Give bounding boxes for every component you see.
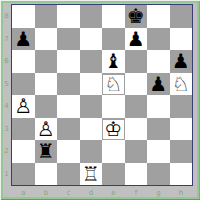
black-pawn-icon: ♟: [12, 28, 35, 51]
white-king-icon: ♔: [102, 118, 125, 141]
file-label-h: h: [170, 189, 193, 197]
square-d2[interactable]: [80, 140, 103, 163]
square-c5[interactable]: [57, 73, 80, 96]
square-c8[interactable]: [57, 5, 80, 28]
square-g2[interactable]: [147, 140, 170, 163]
square-b3[interactable]: ♙: [35, 118, 58, 141]
square-b5[interactable]: [35, 73, 58, 96]
square-h7[interactable]: [170, 28, 193, 51]
square-e8[interactable]: [102, 5, 125, 28]
square-a7[interactable]: ♟: [12, 28, 35, 51]
square-g7[interactable]: [147, 28, 170, 51]
square-b1[interactable]: [35, 163, 58, 186]
file-label-e: e: [102, 189, 125, 197]
square-a3[interactable]: [12, 118, 35, 141]
square-c2[interactable]: [57, 140, 80, 163]
square-e7[interactable]: [102, 28, 125, 51]
chess-window-frame: ♚♟♟♝♟♘♟♘♙♙♔♜♖ 87654321 abcdefgh: [0, 0, 200, 200]
file-label-f: f: [125, 189, 148, 197]
square-h1[interactable]: [170, 163, 193, 186]
square-g3[interactable]: [147, 118, 170, 141]
square-g4[interactable]: [147, 95, 170, 118]
file-label-c: c: [57, 189, 80, 197]
square-c3[interactable]: [57, 118, 80, 141]
file-label-d: d: [80, 189, 103, 197]
square-a1[interactable]: [12, 163, 35, 186]
square-a8[interactable]: [12, 5, 35, 28]
square-f3[interactable]: [125, 118, 148, 141]
square-e1[interactable]: [102, 163, 125, 186]
white-knight-icon: ♘: [170, 73, 193, 96]
square-f7[interactable]: ♟: [125, 28, 148, 51]
square-c7[interactable]: [57, 28, 80, 51]
square-e2[interactable]: [102, 140, 125, 163]
square-h6[interactable]: ♟: [170, 50, 193, 73]
square-g8[interactable]: [147, 5, 170, 28]
white-pawn-icon: ♙: [12, 95, 35, 118]
board: ♚♟♟♝♟♘♟♘♙♙♔♜♖: [11, 4, 193, 186]
square-b6[interactable]: [35, 50, 58, 73]
square-a5[interactable]: [12, 73, 35, 96]
square-c1[interactable]: [57, 163, 80, 186]
square-h2[interactable]: [170, 140, 193, 163]
square-c6[interactable]: [57, 50, 80, 73]
square-b7[interactable]: [35, 28, 58, 51]
rank-label-4: 4: [2, 102, 11, 110]
square-d5[interactable]: [80, 73, 103, 96]
rank-label-8: 8: [2, 12, 11, 20]
square-e4[interactable]: [102, 95, 125, 118]
file-label-a: a: [12, 189, 35, 197]
square-a4[interactable]: ♙: [12, 95, 35, 118]
square-a2[interactable]: [12, 140, 35, 163]
black-king-icon: ♚: [125, 5, 148, 28]
square-d3[interactable]: [80, 118, 103, 141]
square-f6[interactable]: [125, 50, 148, 73]
square-a6[interactable]: [12, 50, 35, 73]
square-d7[interactable]: [80, 28, 103, 51]
file-label-b: b: [35, 189, 58, 197]
file-label-g: g: [147, 189, 170, 197]
rank-label-7: 7: [2, 35, 11, 43]
square-f1[interactable]: [125, 163, 148, 186]
square-f5[interactable]: [125, 73, 148, 96]
black-rook-icon: ♜: [35, 140, 58, 163]
square-d6[interactable]: [80, 50, 103, 73]
square-d1[interactable]: ♖: [80, 163, 103, 186]
square-e3[interactable]: ♔: [102, 118, 125, 141]
square-f4[interactable]: [125, 95, 148, 118]
square-f8[interactable]: ♚: [125, 5, 148, 28]
white-knight-icon: ♘: [102, 73, 125, 96]
rank-label-2: 2: [2, 147, 11, 155]
square-b2[interactable]: ♜: [35, 140, 58, 163]
square-d4[interactable]: [80, 95, 103, 118]
square-g6[interactable]: [147, 50, 170, 73]
white-rook-icon: ♖: [80, 163, 103, 186]
square-b4[interactable]: [35, 95, 58, 118]
square-h4[interactable]: [170, 95, 193, 118]
square-g5[interactable]: ♟: [147, 73, 170, 96]
square-h8[interactable]: [170, 5, 193, 28]
square-d8[interactable]: [80, 5, 103, 28]
square-c4[interactable]: [57, 95, 80, 118]
rank-label-3: 3: [2, 125, 11, 133]
rank-label-1: 1: [2, 170, 11, 178]
rank-label-6: 6: [2, 57, 11, 65]
square-e5[interactable]: ♘: [102, 73, 125, 96]
rank-label-5: 5: [2, 80, 11, 88]
black-pawn-icon: ♟: [125, 28, 148, 51]
square-b8[interactable]: [35, 5, 58, 28]
square-h3[interactable]: [170, 118, 193, 141]
white-pawn-icon: ♙: [35, 118, 58, 141]
square-g1[interactable]: [147, 163, 170, 186]
square-h5[interactable]: ♘: [170, 73, 193, 96]
square-f2[interactable]: [125, 140, 148, 163]
black-pawn-icon: ♟: [170, 50, 193, 73]
black-bishop-icon: ♝: [102, 50, 125, 73]
square-e6[interactable]: ♝: [102, 50, 125, 73]
black-pawn-icon: ♟: [147, 73, 170, 96]
